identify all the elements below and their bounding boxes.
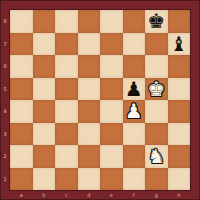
square-g2[interactable]: ♞ bbox=[145, 145, 168, 168]
piece-black-bishop[interactable]: ♝ bbox=[168, 33, 191, 56]
square-f6[interactable] bbox=[123, 55, 146, 78]
file-label-g: g bbox=[145, 190, 168, 200]
square-e7[interactable] bbox=[100, 33, 123, 56]
rank-label-1: 1 bbox=[0, 168, 10, 191]
piece-white-pawn[interactable]: ♟ bbox=[123, 100, 146, 123]
square-g1[interactable] bbox=[145, 168, 168, 191]
file-label-b: b bbox=[33, 190, 56, 200]
square-f5[interactable]: ♟ bbox=[123, 78, 146, 101]
square-g6[interactable] bbox=[145, 55, 168, 78]
file-label-a: a bbox=[10, 190, 33, 200]
square-e5[interactable] bbox=[100, 78, 123, 101]
square-b4[interactable] bbox=[33, 100, 56, 123]
square-d3[interactable] bbox=[78, 123, 101, 146]
square-a3[interactable] bbox=[10, 123, 33, 146]
chess-board[interactable]: ♚♝♟♚♟♞ bbox=[10, 10, 190, 190]
square-a2[interactable] bbox=[10, 145, 33, 168]
chess-game-screenshot: 87654321 abcdefgh ♚♝♟♚♟♞ bbox=[0, 0, 200, 200]
piece-black-king[interactable]: ♚ bbox=[145, 10, 168, 33]
square-d7[interactable] bbox=[78, 33, 101, 56]
square-d4[interactable] bbox=[78, 100, 101, 123]
square-h3[interactable] bbox=[168, 123, 191, 146]
square-e6[interactable] bbox=[100, 55, 123, 78]
square-f4[interactable]: ♟ bbox=[123, 100, 146, 123]
square-a7[interactable] bbox=[10, 33, 33, 56]
piece-white-knight[interactable]: ♞ bbox=[145, 145, 168, 168]
file-label-f: f bbox=[123, 190, 146, 200]
square-e1[interactable] bbox=[100, 168, 123, 191]
square-e2[interactable] bbox=[100, 145, 123, 168]
piece-white-king[interactable]: ♚ bbox=[145, 78, 168, 101]
square-f8[interactable] bbox=[123, 10, 146, 33]
square-d8[interactable] bbox=[78, 10, 101, 33]
file-label-c: c bbox=[55, 190, 78, 200]
square-h7[interactable]: ♝ bbox=[168, 33, 191, 56]
square-b7[interactable] bbox=[33, 33, 56, 56]
square-h1[interactable] bbox=[168, 168, 191, 191]
square-a4[interactable] bbox=[10, 100, 33, 123]
square-c4[interactable] bbox=[55, 100, 78, 123]
square-h5[interactable] bbox=[168, 78, 191, 101]
rank-label-3: 3 bbox=[0, 123, 10, 146]
rank-label-7: 7 bbox=[0, 33, 10, 56]
square-c6[interactable] bbox=[55, 55, 78, 78]
square-a6[interactable] bbox=[10, 55, 33, 78]
rank-label-8: 8 bbox=[0, 10, 10, 33]
square-d6[interactable] bbox=[78, 55, 101, 78]
square-e3[interactable] bbox=[100, 123, 123, 146]
file-label-e: e bbox=[100, 190, 123, 200]
square-g4[interactable] bbox=[145, 100, 168, 123]
square-a1[interactable] bbox=[10, 168, 33, 191]
square-b5[interactable] bbox=[33, 78, 56, 101]
square-f3[interactable] bbox=[123, 123, 146, 146]
square-b6[interactable] bbox=[33, 55, 56, 78]
file-label-h: h bbox=[168, 190, 191, 200]
rank-label-4: 4 bbox=[0, 100, 10, 123]
square-b8[interactable] bbox=[33, 10, 56, 33]
square-b1[interactable] bbox=[33, 168, 56, 191]
square-c7[interactable] bbox=[55, 33, 78, 56]
square-c8[interactable] bbox=[55, 10, 78, 33]
square-g7[interactable] bbox=[145, 33, 168, 56]
square-c5[interactable] bbox=[55, 78, 78, 101]
square-a8[interactable] bbox=[10, 10, 33, 33]
square-h8[interactable] bbox=[168, 10, 191, 33]
square-e4[interactable] bbox=[100, 100, 123, 123]
square-g8[interactable]: ♚ bbox=[145, 10, 168, 33]
square-a5[interactable] bbox=[10, 78, 33, 101]
square-h2[interactable] bbox=[168, 145, 191, 168]
square-h4[interactable] bbox=[168, 100, 191, 123]
square-g3[interactable] bbox=[145, 123, 168, 146]
square-d5[interactable] bbox=[78, 78, 101, 101]
square-b3[interactable] bbox=[33, 123, 56, 146]
rank-label-5: 5 bbox=[0, 78, 10, 101]
square-c3[interactable] bbox=[55, 123, 78, 146]
square-d1[interactable] bbox=[78, 168, 101, 191]
square-d2[interactable] bbox=[78, 145, 101, 168]
square-b2[interactable] bbox=[33, 145, 56, 168]
square-h6[interactable] bbox=[168, 55, 191, 78]
square-f7[interactable] bbox=[123, 33, 146, 56]
piece-black-pawn[interactable]: ♟ bbox=[123, 78, 146, 101]
chess-board-frame: 87654321 abcdefgh ♚♝♟♚♟♞ bbox=[0, 0, 200, 200]
rank-label-2: 2 bbox=[0, 145, 10, 168]
rank-label-6: 6 bbox=[0, 55, 10, 78]
square-e8[interactable] bbox=[100, 10, 123, 33]
square-g5[interactable]: ♚ bbox=[145, 78, 168, 101]
square-f1[interactable] bbox=[123, 168, 146, 191]
square-f2[interactable] bbox=[123, 145, 146, 168]
square-c1[interactable] bbox=[55, 168, 78, 191]
file-label-d: d bbox=[78, 190, 101, 200]
square-c2[interactable] bbox=[55, 145, 78, 168]
